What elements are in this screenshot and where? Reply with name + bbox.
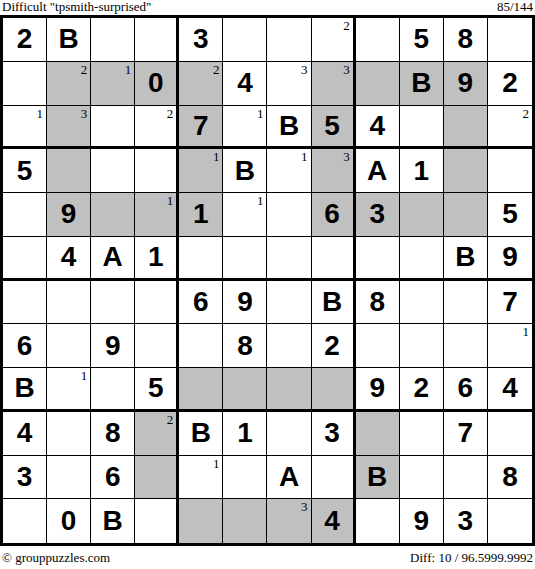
given-value: B: [191, 419, 211, 447]
given-value: B: [235, 157, 255, 185]
cell-r5c4[interactable]: 1: [135, 193, 179, 237]
cell-r9c10[interactable]: 2: [400, 368, 444, 412]
given-value: B: [279, 112, 299, 140]
given-value: 9: [369, 374, 385, 402]
cell-r6c11[interactable]: B: [444, 237, 488, 281]
given-value: B: [59, 25, 79, 53]
cell-r8c4[interactable]: [135, 324, 179, 368]
given-value: 2: [413, 374, 429, 402]
given-value: 9: [105, 332, 121, 360]
cell-r1c3[interactable]: [91, 18, 135, 62]
given-value: 8: [502, 463, 518, 491]
cell-r1c5[interactable]: 3: [179, 18, 223, 62]
cell-r7c9[interactable]: 8: [356, 281, 400, 325]
cell-r10c2[interactable]: [47, 412, 91, 456]
cell-r12c11[interactable]: 3: [444, 499, 488, 543]
cell-r2c9[interactable]: [356, 62, 400, 106]
given-value: 5: [148, 374, 164, 402]
cell-r6c1[interactable]: [3, 237, 47, 281]
cell-r3c8[interactable]: 5: [312, 106, 356, 150]
cell-r6c9[interactable]: [356, 237, 400, 281]
cell-r11c5[interactable]: 1: [179, 456, 223, 500]
cell-r10c12[interactable]: [488, 412, 532, 456]
cell-r4c3[interactable]: [91, 149, 135, 193]
cell-r12c2[interactable]: 0: [47, 499, 91, 543]
cell-r3c4[interactable]: 2: [135, 106, 179, 150]
cell-r12c7[interactable]: 3: [267, 499, 311, 543]
given-value: 8: [105, 419, 121, 447]
cell-r4c8[interactable]: 3: [312, 149, 356, 193]
given-value: 9: [237, 288, 253, 316]
given-value: 5: [502, 200, 518, 228]
given-value: 6: [458, 374, 474, 402]
given-value: 9: [502, 243, 518, 271]
cell-r5c8[interactable]: 6: [312, 193, 356, 237]
cell-r1c4[interactable]: [135, 18, 179, 62]
cell-r2c4[interactable]: 0: [135, 62, 179, 106]
cell-r2c11[interactable]: 9: [444, 62, 488, 106]
given-value: 1: [413, 157, 429, 185]
given-value: 0: [61, 507, 77, 535]
cell-r10c10[interactable]: [400, 412, 444, 456]
cell-r10c6[interactable]: 1: [223, 412, 267, 456]
cell-r5c1[interactable]: [3, 193, 47, 237]
cell-r6c6[interactable]: [223, 237, 267, 281]
cell-r6c4[interactable]: 1: [135, 237, 179, 281]
cell-r8c3[interactable]: 9: [91, 324, 135, 368]
cell-r12c8[interactable]: 4: [312, 499, 356, 543]
cell-r2c2[interactable]: 2: [47, 62, 91, 106]
corner-mark: 2: [213, 63, 220, 76]
cell-r5c9[interactable]: 3: [356, 193, 400, 237]
puzzle-title: Difficult "tpsmith-surprised": [2, 0, 151, 14]
cell-r5c12[interactable]: 5: [488, 193, 532, 237]
cell-r8c10[interactable]: [400, 324, 444, 368]
cell-r6c8[interactable]: [312, 237, 356, 281]
header: Difficult "tpsmith-surprised" 85/144: [0, 0, 535, 15]
given-value: B: [14, 374, 34, 402]
cell-r9c1[interactable]: B: [3, 368, 47, 412]
cell-r2c5[interactable]: 2: [179, 62, 223, 106]
given-value: 3: [324, 419, 340, 447]
corner-mark: 3: [81, 107, 88, 120]
given-value: A: [279, 463, 299, 491]
cell-r5c5[interactable]: 1: [179, 193, 223, 237]
corner-mark: 3: [301, 63, 308, 76]
given-value: 3: [458, 507, 474, 535]
cell-r9c2[interactable]: 1: [47, 368, 91, 412]
given-value: 4: [237, 69, 253, 97]
cell-r8c2[interactable]: [47, 324, 91, 368]
progress-counter: 85/144: [497, 0, 533, 14]
cell-r12c9[interactable]: [356, 499, 400, 543]
given-value: A: [367, 157, 387, 185]
cell-r9c11[interactable]: 6: [444, 368, 488, 412]
corner-mark: 3: [301, 500, 308, 513]
given-value: 9: [413, 507, 429, 535]
given-value: 4: [17, 419, 33, 447]
cell-r1c12[interactable]: [488, 18, 532, 62]
given-value: 6: [324, 200, 340, 228]
given-value: 4: [369, 112, 385, 140]
cell-r3c12[interactable]: 2: [488, 106, 532, 150]
cell-r10c4[interactable]: 2: [135, 412, 179, 456]
given-value: 3: [369, 200, 385, 228]
given-value: 8: [369, 288, 385, 316]
corner-mark: 1: [213, 457, 220, 470]
cell-r12c1[interactable]: [3, 499, 47, 543]
cell-r7c1[interactable]: [3, 281, 47, 325]
corner-mark: 1: [257, 107, 264, 120]
cell-r11c3[interactable]: 6: [91, 456, 135, 500]
corner-mark: 1: [125, 63, 132, 76]
given-value: B: [455, 243, 475, 271]
given-value: B: [103, 507, 123, 535]
cell-r4c2[interactable]: [47, 149, 91, 193]
given-value: B: [411, 69, 431, 97]
given-value: 6: [17, 332, 33, 360]
given-value: 3: [17, 463, 33, 491]
cell-r8c7[interactable]: [267, 324, 311, 368]
cell-r4c5[interactable]: 1: [179, 149, 223, 193]
given-value: 6: [105, 463, 121, 491]
cell-r4c6[interactable]: B: [223, 149, 267, 193]
cell-r2c7[interactable]: 3: [267, 62, 311, 106]
cell-r3c2[interactable]: 3: [47, 106, 91, 150]
cell-r3c7[interactable]: B: [267, 106, 311, 150]
given-value: 5: [17, 157, 33, 185]
corner-mark: 1: [522, 325, 529, 338]
cell-r11c11[interactable]: [444, 456, 488, 500]
sudoku-board: 2B32582102433B9213271B54251B13A191116354…: [0, 15, 535, 546]
cell-r2c8[interactable]: 3: [312, 62, 356, 106]
given-value: 5: [413, 25, 429, 53]
cell-r8c8[interactable]: 2: [312, 324, 356, 368]
cell-r7c8[interactable]: B: [312, 281, 356, 325]
cell-r2c3[interactable]: 1: [91, 62, 135, 106]
cell-r8c6[interactable]: 8: [223, 324, 267, 368]
given-value: 1: [237, 419, 253, 447]
cell-r9c5[interactable]: [179, 368, 223, 412]
given-value: 8: [458, 25, 474, 53]
cell-r3c3[interactable]: [91, 106, 135, 150]
cell-r11c9[interactable]: B: [356, 456, 400, 500]
given-value: A: [103, 243, 123, 271]
footer-difficulty: Diff: 10 / 96.5999.9992: [410, 551, 533, 565]
cell-r7c2[interactable]: [47, 281, 91, 325]
cell-r12c12[interactable]: [488, 499, 532, 543]
cell-r6c5[interactable]: [179, 237, 223, 281]
cell-r12c6[interactable]: [223, 499, 267, 543]
given-value: 1: [148, 243, 164, 271]
footer: © grouppuzzles.com Diff: 10 / 96.5999.99…: [0, 543, 535, 569]
cell-r6c3[interactable]: A: [91, 237, 135, 281]
corner-mark: 1: [257, 194, 264, 207]
cell-r7c7[interactable]: [267, 281, 311, 325]
cell-r6c12[interactable]: 9: [488, 237, 532, 281]
cell-r2c10[interactable]: B: [400, 62, 444, 106]
cell-r5c6[interactable]: 1: [223, 193, 267, 237]
cell-r3c9[interactable]: 4: [356, 106, 400, 150]
cell-r1c7[interactable]: [267, 18, 311, 62]
cell-r6c10[interactable]: [400, 237, 444, 281]
cell-r1c8[interactable]: 2: [312, 18, 356, 62]
cell-r10c11[interactable]: 7: [444, 412, 488, 456]
cell-r9c7[interactable]: [267, 368, 311, 412]
cell-r7c3[interactable]: [91, 281, 135, 325]
cell-r12c10[interactable]: 9: [400, 499, 444, 543]
corner-mark: 2: [522, 107, 529, 120]
cell-r4c10[interactable]: 1: [400, 149, 444, 193]
given-value: 2: [17, 25, 33, 53]
given-value: 4: [61, 243, 77, 271]
cell-r5c10[interactable]: [400, 193, 444, 237]
cell-r3c6[interactable]: 1: [223, 106, 267, 150]
cell-r1c11[interactable]: 8: [444, 18, 488, 62]
cell-r11c1[interactable]: 3: [3, 456, 47, 500]
cell-r2c6[interactable]: 4: [223, 62, 267, 106]
given-value: 7: [193, 112, 209, 140]
cell-r11c12[interactable]: 8: [488, 456, 532, 500]
cell-r7c5[interactable]: 6: [179, 281, 223, 325]
cell-r8c12[interactable]: 1: [488, 324, 532, 368]
cell-r5c7[interactable]: [267, 193, 311, 237]
corner-mark: 1: [81, 369, 88, 382]
cell-r4c9[interactable]: A: [356, 149, 400, 193]
footer-copyright: © grouppuzzles.com: [2, 551, 110, 565]
cell-r9c8[interactable]: [312, 368, 356, 412]
cell-r4c1[interactable]: 5: [3, 149, 47, 193]
given-value: 6: [193, 288, 209, 316]
given-value: 2: [502, 69, 518, 97]
cell-r10c3[interactable]: 8: [91, 412, 135, 456]
cell-r11c8[interactable]: [312, 456, 356, 500]
cell-r1c9[interactable]: [356, 18, 400, 62]
cell-r11c2[interactable]: [47, 456, 91, 500]
corner-mark: 2: [167, 107, 174, 120]
corner-mark: 1: [37, 107, 44, 120]
cell-r9c6[interactable]: [223, 368, 267, 412]
corner-mark: 1: [167, 194, 174, 207]
cell-r8c1[interactable]: 6: [3, 324, 47, 368]
cell-r5c11[interactable]: [444, 193, 488, 237]
cell-r12c4[interactable]: [135, 499, 179, 543]
cell-r3c10[interactable]: [400, 106, 444, 150]
given-value: 8: [237, 332, 253, 360]
cell-r7c6[interactable]: 9: [223, 281, 267, 325]
cell-r8c5[interactable]: [179, 324, 223, 368]
cell-r2c1[interactable]: [3, 62, 47, 106]
given-value: 9: [458, 69, 474, 97]
given-value: 9: [61, 200, 77, 228]
cell-r4c11[interactable]: [444, 149, 488, 193]
cell-r1c6[interactable]: [223, 18, 267, 62]
cell-r4c12[interactable]: [488, 149, 532, 193]
cell-r12c3[interactable]: B: [91, 499, 135, 543]
cell-r11c7[interactable]: A: [267, 456, 311, 500]
given-value: 3: [193, 25, 209, 53]
corner-mark: 2: [167, 413, 174, 426]
cell-r11c4[interactable]: [135, 456, 179, 500]
given-value: 2: [324, 332, 340, 360]
cell-r1c1[interactable]: 2: [3, 18, 47, 62]
given-value: 7: [502, 288, 518, 316]
given-value: 7: [458, 419, 474, 447]
corner-mark: 2: [343, 19, 350, 32]
cell-r8c9[interactable]: [356, 324, 400, 368]
given-value: 4: [324, 507, 340, 535]
cell-r10c9[interactable]: [356, 412, 400, 456]
cell-r3c1[interactable]: 1: [3, 106, 47, 150]
cell-r7c10[interactable]: [400, 281, 444, 325]
given-value: B: [322, 288, 342, 316]
cell-r9c9[interactable]: 9: [356, 368, 400, 412]
cell-r11c6[interactable]: [223, 456, 267, 500]
cell-r7c12[interactable]: 7: [488, 281, 532, 325]
corner-mark: 3: [343, 63, 350, 76]
cell-r9c3[interactable]: [91, 368, 135, 412]
cell-r12c5[interactable]: [179, 499, 223, 543]
cell-r10c5[interactable]: B: [179, 412, 223, 456]
given-value: 4: [502, 374, 518, 402]
cell-r8c11[interactable]: [444, 324, 488, 368]
given-value: 0: [148, 69, 164, 97]
cell-r9c12[interactable]: 4: [488, 368, 532, 412]
cell-r6c2[interactable]: 4: [47, 237, 91, 281]
cell-r7c11[interactable]: [444, 281, 488, 325]
cell-r6c7[interactable]: [267, 237, 311, 281]
cell-r11c10[interactable]: [400, 456, 444, 500]
puzzle-page: Difficult "tpsmith-surprised" 85/144 2B3…: [0, 0, 535, 569]
cell-r1c2[interactable]: B: [47, 18, 91, 62]
cell-r7c4[interactable]: [135, 281, 179, 325]
cell-r10c1[interactable]: 4: [3, 412, 47, 456]
corner-mark: 3: [343, 150, 350, 163]
given-value: 5: [324, 112, 340, 140]
cell-r5c2[interactable]: 9: [47, 193, 91, 237]
given-value: 1: [193, 200, 209, 228]
cell-r3c5[interactable]: 7: [179, 106, 223, 150]
cell-r2c12[interactable]: 2: [488, 62, 532, 106]
cell-r10c7[interactable]: [267, 412, 311, 456]
corner-mark: 1: [301, 150, 308, 163]
cell-r9c4[interactable]: 5: [135, 368, 179, 412]
corner-mark: 2: [81, 63, 88, 76]
cell-r3c11[interactable]: [444, 106, 488, 150]
cell-r4c7[interactable]: 1: [267, 149, 311, 193]
cell-r5c3[interactable]: [91, 193, 135, 237]
cell-r4c4[interactable]: [135, 149, 179, 193]
cell-r1c10[interactable]: 5: [400, 18, 444, 62]
cell-r10c8[interactable]: 3: [312, 412, 356, 456]
corner-mark: 1: [213, 150, 220, 163]
given-value: B: [367, 463, 387, 491]
